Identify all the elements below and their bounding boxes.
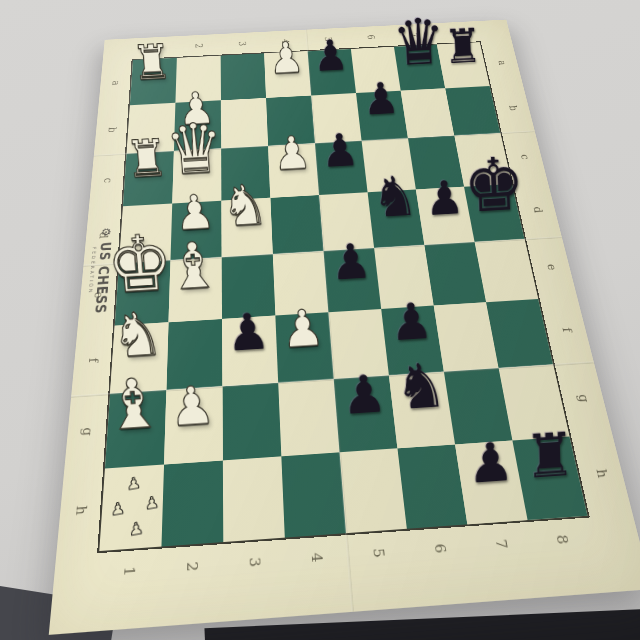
square-b6[interactable]: ♟ xyxy=(356,91,408,141)
square-a3[interactable] xyxy=(221,53,266,100)
black-knight-g6[interactable]: ♞ xyxy=(393,356,448,418)
square-f3[interactable]: ♟ xyxy=(222,316,278,387)
square-a4[interactable]: ♟ xyxy=(264,51,311,98)
square-d3[interactable]: ♞ xyxy=(221,198,272,257)
square-g1[interactable]: ♝ xyxy=(105,390,166,468)
square-f4[interactable]: ♟ xyxy=(275,312,333,382)
white-knight-f1[interactable]: ♞ xyxy=(109,306,165,366)
square-c4[interactable]: ♟ xyxy=(268,143,319,198)
square-a7[interactable]: ♛ xyxy=(394,45,445,91)
black-queen-a7[interactable]: ♛ xyxy=(391,11,446,74)
square-d6[interactable]: ♞ xyxy=(368,189,425,248)
square-g3[interactable] xyxy=(222,383,281,461)
vinyl-mat: 12345678 12345678 abcdefgh abcdefgh ♜♟♟♛… xyxy=(49,20,640,635)
white-king-e1[interactable]: ♚ xyxy=(104,226,175,303)
white-bishop-g1[interactable]: ♝ xyxy=(101,370,165,438)
us-chess-logo-subtext: FEDERATION xyxy=(83,205,101,343)
square-g6[interactable]: ♞ xyxy=(389,372,455,449)
square-a1[interactable]: ♜ xyxy=(130,58,177,105)
square-e8[interactable] xyxy=(475,239,539,302)
square-d4[interactable] xyxy=(270,195,323,254)
black-pawn-e5[interactable]: ♟ xyxy=(329,237,372,285)
square-g5[interactable]: ♟ xyxy=(334,375,398,452)
black-rook-h8[interactable]: ♜ xyxy=(523,426,576,486)
square-g4[interactable] xyxy=(278,379,339,456)
black-pawn-d7[interactable]: ♟ xyxy=(424,175,465,222)
white-rook-c1[interactable]: ♜ xyxy=(124,134,170,184)
square-f8[interactable] xyxy=(486,299,553,368)
black-pawn-f6[interactable]: ♟ xyxy=(389,296,434,346)
white-pawn-a4[interactable]: ♟ xyxy=(268,37,305,79)
square-e5[interactable]: ♟ xyxy=(324,248,382,312)
square-c5[interactable]: ♟ xyxy=(315,141,368,195)
black-rook-a8[interactable]: ♜ xyxy=(443,24,483,70)
black-king-d8[interactable]: ♚ xyxy=(462,148,525,221)
square-h4[interactable] xyxy=(281,452,346,537)
white-queen-c2[interactable]: ♛ xyxy=(164,116,226,184)
square-d8[interactable]: ♚ xyxy=(464,184,524,242)
black-pawn-a5[interactable]: ♟ xyxy=(312,35,349,77)
black-pawn-g5[interactable]: ♟ xyxy=(340,368,387,421)
black-pawn-b6[interactable]: ♟ xyxy=(362,77,400,120)
black-knight-d6[interactable]: ♞ xyxy=(371,170,419,225)
square-a5[interactable]: ♟ xyxy=(308,49,356,96)
black-pawn-f3[interactable]: ♟ xyxy=(225,307,271,358)
square-b3[interactable] xyxy=(221,98,268,149)
white-pawn-g2[interactable]: ♟ xyxy=(167,380,216,433)
black-pawn-c5[interactable]: ♟ xyxy=(320,128,360,173)
chess-board: ♜♟♟♛♜♟♟♜♛♟♟♟♞♞♟♚♚♝♟♞♟♟♟♝♟♟♞♟♜ xyxy=(99,42,587,551)
square-g2[interactable]: ♟ xyxy=(164,386,223,464)
square-h7[interactable]: ♟ xyxy=(455,440,528,524)
square-h3[interactable] xyxy=(223,456,285,542)
white-rook-a1[interactable]: ♜ xyxy=(130,40,173,87)
square-h2[interactable] xyxy=(161,460,223,546)
square-h5[interactable] xyxy=(340,448,407,533)
white-pawn-c4[interactable]: ♟ xyxy=(272,130,312,175)
white-knight-d3[interactable]: ♞ xyxy=(220,179,270,234)
photo-scene: 12345678 12345678 abcdefgh abcdefgh ♜♟♟♛… xyxy=(0,0,640,640)
square-e2[interactable]: ♝ xyxy=(169,257,223,322)
square-h1[interactable] xyxy=(99,464,164,551)
black-pawn-h7[interactable]: ♟ xyxy=(466,435,514,490)
square-b8[interactable] xyxy=(445,86,500,136)
white-pawn-f4[interactable]: ♟ xyxy=(280,303,326,354)
